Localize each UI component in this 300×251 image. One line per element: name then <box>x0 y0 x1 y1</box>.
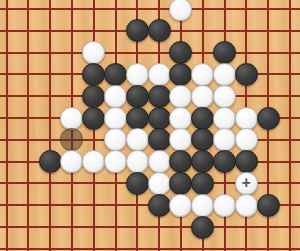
stone-white <box>82 150 105 173</box>
stone-black <box>126 172 149 195</box>
stone-black <box>235 63 258 86</box>
stone-black <box>213 150 236 173</box>
stone-black <box>82 63 105 86</box>
grid-line-horizontal <box>0 52 300 54</box>
stone-white <box>235 107 258 130</box>
grid-line-horizontal <box>0 248 300 250</box>
go-board[interactable]: + <box>0 0 300 251</box>
stone-black <box>148 107 171 130</box>
stone-black <box>82 85 105 108</box>
stone-white <box>191 194 214 217</box>
stone-white <box>126 128 149 151</box>
stone-black <box>191 150 214 173</box>
stone-black <box>169 150 192 173</box>
stone-white <box>213 107 236 130</box>
stone-black <box>169 41 192 64</box>
stone-black <box>148 19 171 42</box>
stone-white <box>169 107 192 130</box>
grid-line-horizontal <box>0 8 300 10</box>
stone-white <box>191 85 214 108</box>
stone-white <box>104 150 127 173</box>
stone-white <box>60 150 83 173</box>
stone-black <box>257 107 280 130</box>
stone-white <box>213 128 236 151</box>
stone-white <box>213 194 236 217</box>
stone-white: + <box>235 172 258 195</box>
stone-white <box>104 107 127 130</box>
stone-white <box>148 150 171 173</box>
stone-white <box>169 194 192 217</box>
stone-black <box>191 172 214 195</box>
stone-black <box>191 128 214 151</box>
stone-black <box>213 41 236 64</box>
stone-black <box>82 107 105 130</box>
stone-white <box>213 63 236 86</box>
stone-black <box>148 128 171 151</box>
stone-black <box>148 85 171 108</box>
stone-white <box>126 63 149 86</box>
stone-black <box>126 19 149 42</box>
stone-white <box>169 0 192 21</box>
last-move-marker: + <box>236 173 257 194</box>
stone-white <box>213 85 236 108</box>
grid-line-vertical <box>49 0 51 251</box>
stone-black <box>39 150 62 173</box>
stone-black <box>126 107 149 130</box>
stone-white <box>148 172 171 195</box>
stone-white <box>126 150 149 173</box>
ghost-stone[interactable] <box>60 128 83 151</box>
stone-black <box>191 107 214 130</box>
stone-black <box>169 63 192 86</box>
stone-white <box>235 128 258 151</box>
stone-white <box>104 128 127 151</box>
stone-white <box>60 107 83 130</box>
stone-black <box>257 194 280 217</box>
stone-black <box>169 172 192 195</box>
stone-white <box>191 63 214 86</box>
stone-white <box>169 85 192 108</box>
grid-line-vertical <box>289 0 291 251</box>
grid-line-horizontal <box>0 226 300 228</box>
stone-white <box>235 194 258 217</box>
stone-black <box>104 63 127 86</box>
stone-white <box>82 41 105 64</box>
grid-line-vertical <box>27 0 29 251</box>
stone-white <box>148 63 171 86</box>
stone-black <box>191 216 214 239</box>
stone-black <box>126 85 149 108</box>
stone-black <box>235 150 258 173</box>
grid-line-vertical <box>6 0 8 251</box>
stone-white <box>169 128 192 151</box>
stone-black <box>148 194 171 217</box>
stone-white <box>104 85 127 108</box>
